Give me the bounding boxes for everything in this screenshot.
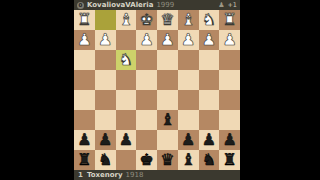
white-bishop-icon[interactable]: ♝: [119, 12, 133, 28]
white-queen-icon[interactable]: ♛: [160, 12, 174, 28]
square-g4[interactable]: [95, 70, 116, 90]
square-g2[interactable]: ♟: [95, 30, 116, 50]
square-a5[interactable]: [219, 90, 240, 110]
square-b6[interactable]: [199, 110, 220, 130]
square-f6[interactable]: [116, 110, 137, 130]
chess-app: 0 KovaliovaVAleria 1999 ♟ +1 ♜♝♚♛♝♞♜♟♟♟♟…: [74, 0, 240, 180]
black-pawn-icon[interactable]: ♟: [181, 132, 195, 148]
square-d5[interactable]: [157, 90, 178, 110]
square-g8[interactable]: ♞: [95, 150, 116, 170]
square-e4[interactable]: [136, 70, 157, 90]
square-d6[interactable]: ♝: [157, 110, 178, 130]
chess-board[interactable]: ♜♝♚♛♝♞♜♟♟♟♟♟♟♟♞♝♟♟♟♟♟♟♜♞♚♛♝♞♜: [74, 10, 240, 170]
square-c5[interactable]: [178, 90, 199, 110]
white-rook-icon[interactable]: ♜: [222, 12, 236, 28]
square-b1[interactable]: ♞: [199, 10, 220, 30]
square-e1[interactable]: ♚: [136, 10, 157, 30]
top-player-bar: 0 KovaliovaVAleria 1999 ♟ +1: [74, 0, 240, 10]
square-b2[interactable]: ♟: [199, 30, 220, 50]
black-result: 1: [77, 170, 84, 180]
square-h1[interactable]: ♜: [74, 10, 95, 30]
square-e6[interactable]: [136, 110, 157, 130]
black-pawn-icon[interactable]: ♟: [222, 132, 236, 148]
square-d4[interactable]: [157, 70, 178, 90]
square-h7[interactable]: ♟: [74, 130, 95, 150]
square-b4[interactable]: [199, 70, 220, 90]
square-h3[interactable]: [74, 50, 95, 70]
bottom-player-bar: 1 Toxenory 1918: [74, 170, 240, 180]
square-e3[interactable]: [136, 50, 157, 70]
square-a8[interactable]: ♜: [219, 150, 240, 170]
white-pawn-icon[interactable]: ♟: [139, 32, 153, 48]
square-h4[interactable]: [74, 70, 95, 90]
square-a4[interactable]: [219, 70, 240, 90]
square-b7[interactable]: ♟: [199, 130, 220, 150]
black-pawn-icon[interactable]: ♟: [202, 132, 216, 148]
square-f5[interactable]: [116, 90, 137, 110]
square-f2[interactable]: [116, 30, 137, 50]
square-e2[interactable]: ♟: [136, 30, 157, 50]
white-pawn-icon[interactable]: ♟: [160, 32, 174, 48]
top-player-name[interactable]: KovaliovaVAleria: [87, 0, 153, 10]
white-rook-icon[interactable]: ♜: [77, 12, 91, 28]
black-knight-icon[interactable]: ♞: [98, 152, 112, 168]
square-f7[interactable]: ♟: [116, 130, 137, 150]
square-d3[interactable]: [157, 50, 178, 70]
white-result-badge: 0: [77, 2, 84, 9]
black-rook-icon[interactable]: ♜: [77, 152, 91, 168]
square-g6[interactable]: [95, 110, 116, 130]
square-e7[interactable]: [136, 130, 157, 150]
black-knight-icon[interactable]: ♞: [202, 152, 216, 168]
black-bishop-icon[interactable]: ♝: [160, 112, 174, 128]
square-h5[interactable]: [74, 90, 95, 110]
black-bishop-icon[interactable]: ♝: [181, 152, 195, 168]
white-bishop-icon[interactable]: ♝: [181, 12, 195, 28]
black-rook-icon[interactable]: ♜: [222, 152, 236, 168]
white-knight-icon[interactable]: ♞: [202, 12, 216, 28]
square-d7[interactable]: [157, 130, 178, 150]
white-king-icon[interactable]: ♚: [139, 12, 153, 28]
letterboxed-stage: 0 KovaliovaVAleria 1999 ♟ +1 ♜♝♚♛♝♞♜♟♟♟♟…: [0, 0, 320, 180]
square-a1[interactable]: ♜: [219, 10, 240, 30]
square-g7[interactable]: ♟: [95, 130, 116, 150]
square-a6[interactable]: [219, 110, 240, 130]
square-c2[interactable]: ♟: [178, 30, 199, 50]
square-b3[interactable]: [199, 50, 220, 70]
square-h8[interactable]: ♜: [74, 150, 95, 170]
square-c3[interactable]: [178, 50, 199, 70]
black-pawn-icon[interactable]: ♟: [98, 132, 112, 148]
white-pawn-icon[interactable]: ♟: [202, 32, 216, 48]
white-pawn-icon[interactable]: ♟: [98, 32, 112, 48]
material-advantage: +1: [227, 0, 237, 10]
white-pawn-icon[interactable]: ♟: [222, 32, 236, 48]
black-pawn-icon[interactable]: ♟: [77, 132, 91, 148]
square-d2[interactable]: ♟: [157, 30, 178, 50]
white-pawn-icon[interactable]: ♟: [77, 32, 91, 48]
square-c8[interactable]: ♝: [178, 150, 199, 170]
square-f4[interactable]: [116, 70, 137, 90]
black-queen-icon[interactable]: ♛: [160, 152, 174, 168]
square-c6[interactable]: [178, 110, 199, 130]
square-f8[interactable]: [116, 150, 137, 170]
square-f1[interactable]: ♝: [116, 10, 137, 30]
square-f3[interactable]: ♞: [116, 50, 137, 70]
square-a2[interactable]: ♟: [219, 30, 240, 50]
square-a7[interactable]: ♟: [219, 130, 240, 150]
square-g1[interactable]: [95, 10, 116, 30]
square-e8[interactable]: ♚: [136, 150, 157, 170]
black-king-icon[interactable]: ♚: [139, 152, 153, 168]
captured-pawn-icon: ♟: [218, 0, 224, 10]
square-c1[interactable]: ♝: [178, 10, 199, 30]
white-pawn-icon[interactable]: ♟: [181, 32, 195, 48]
square-h2[interactable]: ♟: [74, 30, 95, 50]
square-e5[interactable]: [136, 90, 157, 110]
square-c7[interactable]: ♟: [178, 130, 199, 150]
square-g5[interactable]: [95, 90, 116, 110]
black-pawn-icon[interactable]: ♟: [119, 132, 133, 148]
bottom-player-rating: 1918: [126, 170, 144, 180]
square-a3[interactable]: [219, 50, 240, 70]
square-d1[interactable]: ♛: [157, 10, 178, 30]
square-h6[interactable]: [74, 110, 95, 130]
square-c4[interactable]: [178, 70, 199, 90]
white-knight-icon[interactable]: ♞: [119, 52, 133, 68]
square-g3[interactable]: [95, 50, 116, 70]
square-d8[interactable]: ♛: [157, 150, 178, 170]
bottom-player-name[interactable]: Toxenory: [87, 170, 123, 180]
square-b8[interactable]: ♞: [199, 150, 220, 170]
top-player-rating: 1999: [156, 0, 174, 10]
square-b5[interactable]: [199, 90, 220, 110]
